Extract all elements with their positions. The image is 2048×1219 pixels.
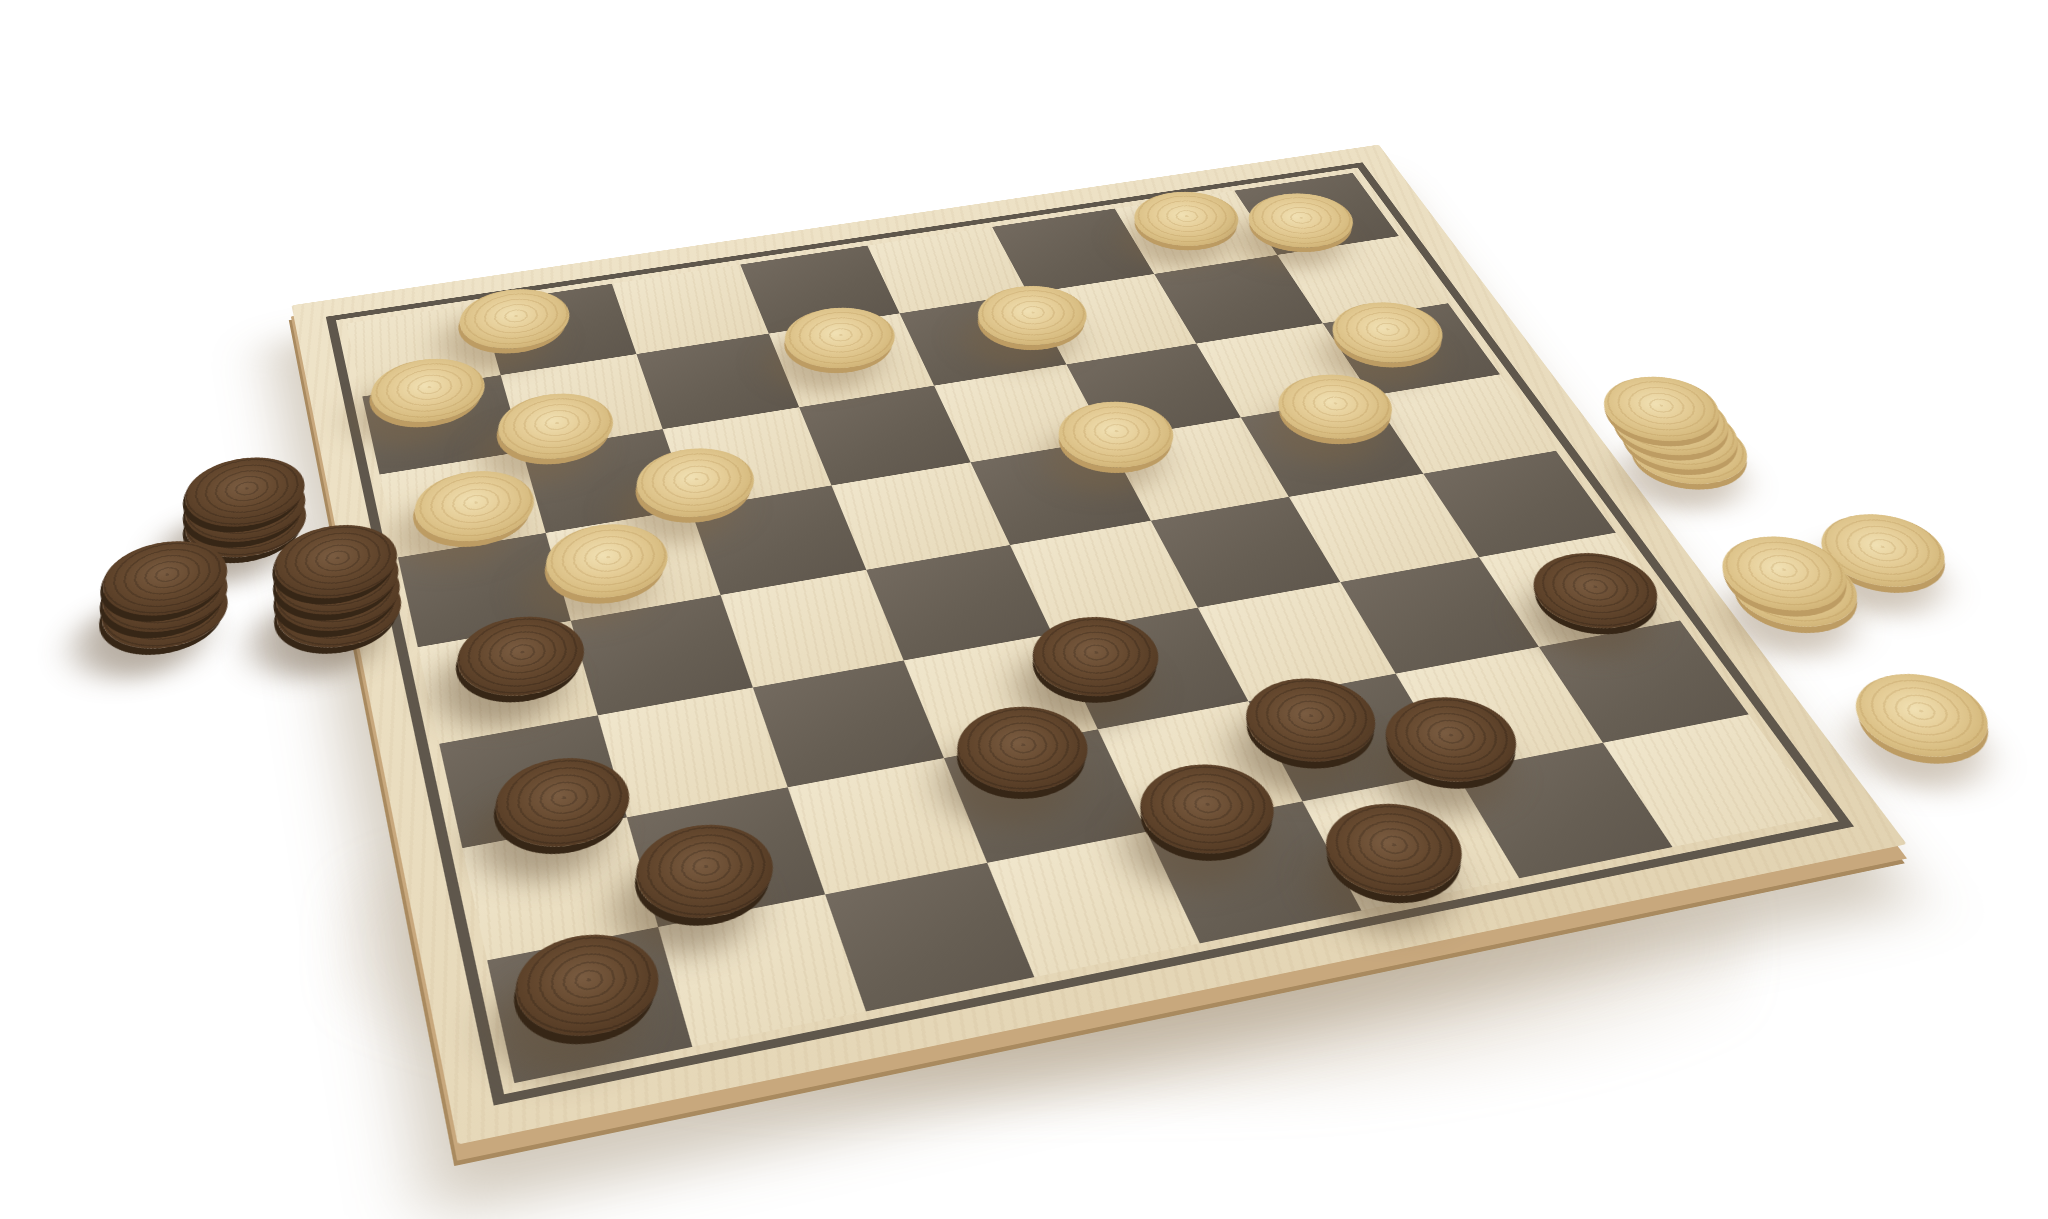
off-board-light-stack-4 xyxy=(1833,664,2012,766)
light-checker[interactable] xyxy=(1833,664,2012,766)
scene xyxy=(0,0,2048,1219)
off-board-dark-stack-2 xyxy=(98,564,233,658)
off-board-light-stack-1 xyxy=(1611,410,1767,492)
off-board-dark-stack-3 xyxy=(270,563,408,657)
